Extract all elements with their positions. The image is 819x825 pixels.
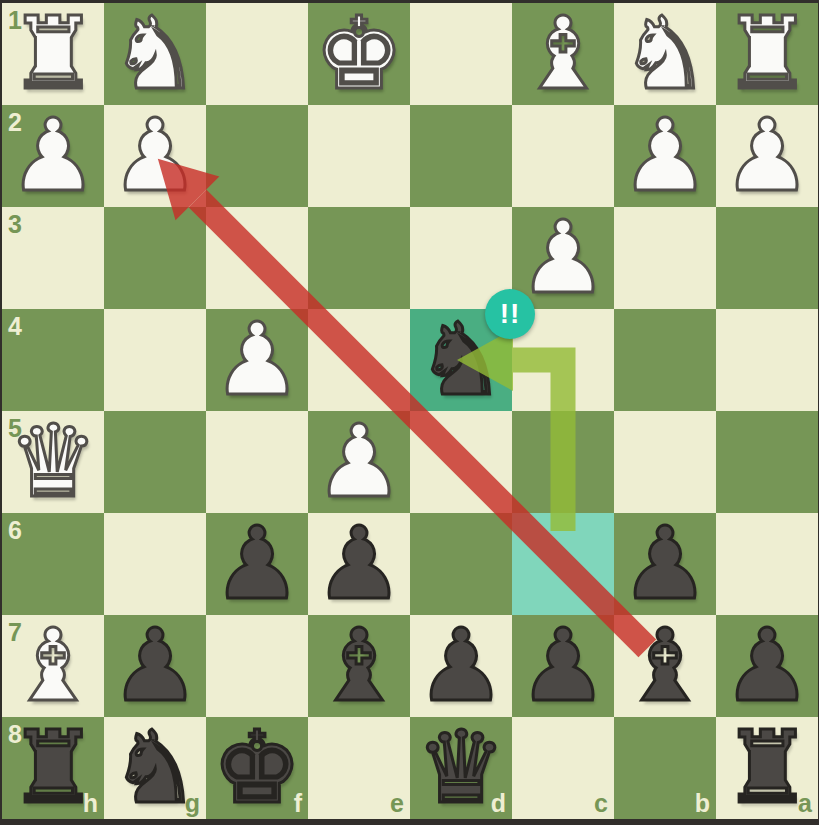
white-pawn-h2[interactable]: ♟ (2, 105, 104, 207)
square-a5[interactable] (716, 411, 818, 513)
square-g4[interactable] (104, 309, 206, 411)
black-queen-d8[interactable]: ♛ (410, 717, 512, 819)
square-g3[interactable] (104, 207, 206, 309)
square-c6[interactable] (512, 513, 614, 615)
square-f1[interactable] (206, 3, 308, 105)
square-b7[interactable]: ♝ (614, 615, 716, 717)
square-c3[interactable]: ♟ (512, 207, 614, 309)
square-e5[interactable]: ♟ (308, 411, 410, 513)
file-label-c: c (594, 789, 608, 818)
square-b4[interactable] (614, 309, 716, 411)
square-d2[interactable] (410, 105, 512, 207)
black-bishop-e7[interactable]: ♝ (308, 615, 410, 717)
square-h4[interactable]: 4 (2, 309, 104, 411)
square-b3[interactable] (614, 207, 716, 309)
square-f3[interactable] (206, 207, 308, 309)
black-king-f8[interactable]: ♚ (206, 717, 308, 819)
square-e6[interactable]: ♟ (308, 513, 410, 615)
black-pawn-e6[interactable]: ♟ (308, 513, 410, 615)
chess-board: 1♜♞♚♝♞♜2♟♟♟♟3♟4♟♞5♛♟6♟♟♟7♝♟♝♟♟♝♟8h♜g♞f♚e… (2, 3, 818, 819)
square-d7[interactable]: ♟ (410, 615, 512, 717)
white-king-e1[interactable]: ♚ (308, 3, 410, 105)
square-f8[interactable]: f♚ (206, 717, 308, 819)
square-a4[interactable] (716, 309, 818, 411)
square-f6[interactable]: ♟ (206, 513, 308, 615)
square-b8[interactable]: b (614, 717, 716, 819)
square-a3[interactable] (716, 207, 818, 309)
black-pawn-d7[interactable]: ♟ (410, 615, 512, 717)
square-c7[interactable]: ♟ (512, 615, 614, 717)
square-h3[interactable]: 3 (2, 207, 104, 309)
square-b6[interactable]: ♟ (614, 513, 716, 615)
square-g6[interactable] (104, 513, 206, 615)
square-g2[interactable]: ♟ (104, 105, 206, 207)
square-e4[interactable] (308, 309, 410, 411)
square-b1[interactable]: ♞ (614, 3, 716, 105)
square-h6[interactable]: 6 (2, 513, 104, 615)
square-d5[interactable] (410, 411, 512, 513)
square-d8[interactable]: d♛ (410, 717, 512, 819)
white-knight-g1[interactable]: ♞ (104, 3, 206, 105)
square-a8[interactable]: a♜ (716, 717, 818, 819)
square-a7[interactable]: ♟ (716, 615, 818, 717)
square-d6[interactable] (410, 513, 512, 615)
square-g1[interactable]: ♞ (104, 3, 206, 105)
black-knight-d4[interactable]: ♞ (410, 309, 512, 411)
square-c8[interactable]: c (512, 717, 614, 819)
square-c2[interactable] (512, 105, 614, 207)
white-rook-h1[interactable]: ♜ (2, 3, 104, 105)
white-pawn-b2[interactable]: ♟ (614, 105, 716, 207)
square-f4[interactable]: ♟ (206, 309, 308, 411)
square-g7[interactable]: ♟ (104, 615, 206, 717)
white-queen-h5[interactable]: ♛ (2, 411, 104, 513)
square-c4[interactable] (512, 309, 614, 411)
rank-label-3: 3 (8, 210, 22, 239)
square-d1[interactable] (410, 3, 512, 105)
square-g8[interactable]: g♞ (104, 717, 206, 819)
square-h8[interactable]: 8h♜ (2, 717, 104, 819)
square-h5[interactable]: 5♛ (2, 411, 104, 513)
black-pawn-g7[interactable]: ♟ (104, 615, 206, 717)
rank-label-6: 6 (8, 516, 22, 545)
square-a6[interactable] (716, 513, 818, 615)
square-b2[interactable]: ♟ (614, 105, 716, 207)
square-f2[interactable] (206, 105, 308, 207)
square-e7[interactable]: ♝ (308, 615, 410, 717)
white-pawn-f4[interactable]: ♟ (206, 309, 308, 411)
file-label-e: e (390, 789, 404, 818)
square-h1[interactable]: 1♜ (2, 3, 104, 105)
square-c5[interactable] (512, 411, 614, 513)
square-e2[interactable] (308, 105, 410, 207)
square-d3[interactable] (410, 207, 512, 309)
white-pawn-a2[interactable]: ♟ (716, 105, 818, 207)
black-pawn-b6[interactable]: ♟ (614, 513, 716, 615)
square-c1[interactable]: ♝ (512, 3, 614, 105)
rank-label-4: 4 (8, 312, 22, 341)
white-pawn-g2[interactable]: ♟ (104, 105, 206, 207)
white-bishop-h7[interactable]: ♝ (2, 615, 104, 717)
black-pawn-f6[interactable]: ♟ (206, 513, 308, 615)
black-rook-h8[interactable]: ♜ (2, 717, 104, 819)
black-rook-a8[interactable]: ♜ (716, 717, 818, 819)
black-pawn-c7[interactable]: ♟ (512, 615, 614, 717)
square-h7[interactable]: 7♝ (2, 615, 104, 717)
square-e1[interactable]: ♚ (308, 3, 410, 105)
file-label-b: b (695, 789, 710, 818)
black-pawn-a7[interactable]: ♟ (716, 615, 818, 717)
white-pawn-c3[interactable]: ♟ (512, 207, 614, 309)
white-pawn-e5[interactable]: ♟ (308, 411, 410, 513)
square-f5[interactable] (206, 411, 308, 513)
black-knight-g8[interactable]: ♞ (104, 717, 206, 819)
square-f7[interactable] (206, 615, 308, 717)
square-e8[interactable]: e (308, 717, 410, 819)
square-a2[interactable]: ♟ (716, 105, 818, 207)
white-rook-a1[interactable]: ♜ (716, 3, 818, 105)
board-frame: 1♜♞♚♝♞♜2♟♟♟♟3♟4♟♞5♛♟6♟♟♟7♝♟♝♟♟♝♟8h♜g♞f♚e… (2, 3, 818, 819)
square-d4[interactable]: ♞ (410, 309, 512, 411)
square-g5[interactable] (104, 411, 206, 513)
square-a1[interactable]: ♜ (716, 3, 818, 105)
square-e3[interactable] (308, 207, 410, 309)
square-h2[interactable]: 2♟ (2, 105, 104, 207)
white-bishop-c1[interactable]: ♝ (512, 3, 614, 105)
square-b5[interactable] (614, 411, 716, 513)
white-knight-b1[interactable]: ♞ (614, 3, 716, 105)
black-bishop-b7[interactable]: ♝ (614, 615, 716, 717)
highlight-c6 (512, 513, 614, 615)
